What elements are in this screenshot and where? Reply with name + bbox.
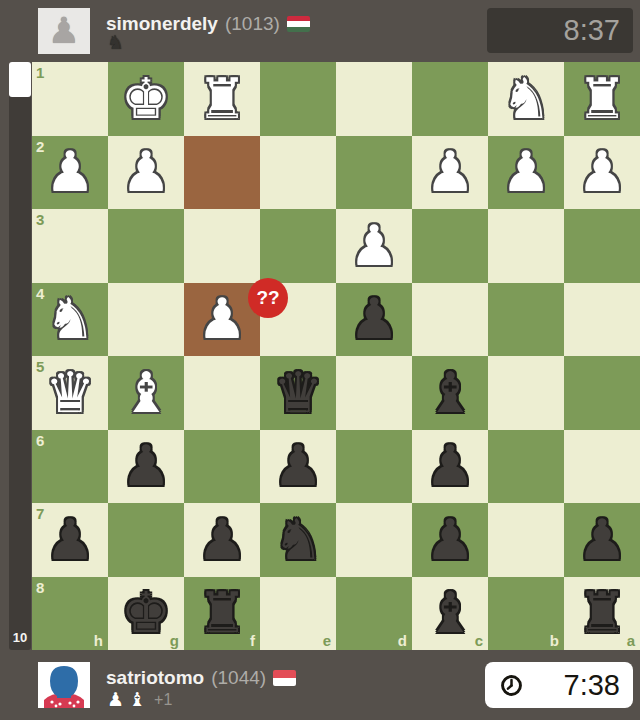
square-f2[interactable] xyxy=(184,136,260,210)
piece-bN-e7: ♞ xyxy=(273,512,323,568)
piece-wP-d3: ♟ xyxy=(349,218,399,274)
square-b2[interactable]: ♟ xyxy=(488,136,564,210)
square-d4[interactable]: ♟ xyxy=(336,283,412,357)
rank-label-2: 2 xyxy=(36,139,44,154)
file-label-f: f xyxy=(250,633,255,648)
square-e2[interactable] xyxy=(260,136,336,210)
top-player-rating: (1013) xyxy=(225,13,280,35)
piece-wQ-h5: ♛ xyxy=(45,365,95,421)
captured-bN: ♞ xyxy=(107,33,124,52)
square-c5[interactable]: ♝ xyxy=(412,356,488,430)
piece-bK-g8: ♚ xyxy=(121,585,171,641)
rank-label-4: 4 xyxy=(36,286,44,301)
rank-label-1: 1 xyxy=(36,65,44,80)
person-avatar-icon xyxy=(38,662,90,708)
file-label-e: e xyxy=(323,633,331,648)
piece-bP-g6: ♟ xyxy=(121,438,171,494)
square-b7[interactable] xyxy=(488,503,564,577)
bottom-clock-time: 7:38 xyxy=(564,669,620,702)
piece-bP-e6: ♟ xyxy=(273,438,323,494)
pawn-avatar-icon: ♟ xyxy=(48,13,80,49)
square-c2[interactable]: ♟ xyxy=(412,136,488,210)
piece-wP-g2: ♟ xyxy=(121,144,171,200)
top-player-bar: ♟ simonerdely (1013) ♞ 8:37 xyxy=(0,0,640,62)
square-a2[interactable]: ♟ xyxy=(564,136,640,210)
square-d8[interactable]: d xyxy=(336,577,412,651)
square-f5[interactable] xyxy=(184,356,260,430)
square-h8[interactable]: 8h xyxy=(32,577,108,651)
board-grid: 1♚♜♞♜2♟♟♟♟♟3♟4♞♟♟5♛♝♛♝6♟♟♟7♟♟♞♟♟8hg♚f♜ed… xyxy=(32,62,640,650)
square-b8[interactable]: b xyxy=(488,577,564,651)
square-d3[interactable]: ♟ xyxy=(336,209,412,283)
piece-wN-h4: ♞ xyxy=(45,291,95,347)
square-g1[interactable]: ♚ xyxy=(108,62,184,136)
piece-bP-h7: ♟ xyxy=(45,512,95,568)
evaluation-gauge: 10 xyxy=(0,62,32,650)
square-a4[interactable] xyxy=(564,283,640,357)
square-h6[interactable]: 6 xyxy=(32,430,108,504)
square-c4[interactable] xyxy=(412,283,488,357)
square-a3[interactable] xyxy=(564,209,640,283)
rank-label-7: 7 xyxy=(36,506,44,521)
square-c3[interactable] xyxy=(412,209,488,283)
rank-label-5: 5 xyxy=(36,359,44,374)
square-c7[interactable]: ♟ xyxy=(412,503,488,577)
square-d2[interactable] xyxy=(336,136,412,210)
file-label-c: c xyxy=(475,633,483,648)
piece-bP-a7: ♟ xyxy=(577,512,627,568)
file-label-b: b xyxy=(550,633,559,648)
piece-bB-c8: ♝ xyxy=(425,585,475,641)
square-e6[interactable]: ♟ xyxy=(260,430,336,504)
piece-wP-a2: ♟ xyxy=(577,144,627,200)
piece-bQ-e5: ♛ xyxy=(273,365,323,421)
square-b3[interactable] xyxy=(488,209,564,283)
square-e7[interactable]: ♞ xyxy=(260,503,336,577)
top-clock-time: 8:37 xyxy=(564,14,620,47)
square-f1[interactable]: ♜ xyxy=(184,62,260,136)
square-f7[interactable]: ♟ xyxy=(184,503,260,577)
rank-label-6: 6 xyxy=(36,433,44,448)
piece-wN-b1: ♞ xyxy=(501,71,551,127)
square-e5[interactable]: ♛ xyxy=(260,356,336,430)
flag-stripe xyxy=(273,678,296,686)
piece-bP-c6: ♟ xyxy=(425,438,475,494)
square-f8[interactable]: f♜ xyxy=(184,577,260,651)
bottom-player-clock: 7:38 xyxy=(485,662,633,708)
square-g3[interactable] xyxy=(108,209,184,283)
square-e3[interactable] xyxy=(260,209,336,283)
material-advantage: +1 xyxy=(154,691,172,709)
piece-bP-c7: ♟ xyxy=(425,512,475,568)
square-b4[interactable] xyxy=(488,283,564,357)
rank-label-3: 3 xyxy=(36,212,44,227)
top-player-avatar[interactable]: ♟ xyxy=(38,8,90,54)
piece-wB-g5: ♝ xyxy=(121,365,171,421)
blunder-badge: ?? xyxy=(248,278,288,318)
piece-wR-f1: ♜ xyxy=(197,71,247,127)
file-label-d: d xyxy=(398,633,407,648)
piece-wP-f4: ♟ xyxy=(197,291,247,347)
bottom-player-bar: satriotomo (1044) ♟♝+1 7:38 xyxy=(0,650,640,720)
bottom-player-name: satriotomo xyxy=(106,667,204,689)
clock-icon xyxy=(499,673,524,698)
top-captured-pieces: ♞ xyxy=(107,33,124,52)
eval-value-label: 10 xyxy=(9,630,31,645)
file-label-g: g xyxy=(170,633,179,648)
top-player-info[interactable]: simonerdely (1013) xyxy=(106,13,310,35)
square-f6[interactable] xyxy=(184,430,260,504)
square-g4[interactable] xyxy=(108,283,184,357)
piece-bP-d4: ♟ xyxy=(349,291,399,347)
flag-stripe xyxy=(287,27,310,32)
indonesia-flag-icon xyxy=(273,670,296,686)
eval-bar-track: 10 xyxy=(9,62,31,650)
top-player-clock: 8:37 xyxy=(487,8,633,53)
square-f3[interactable] xyxy=(184,209,260,283)
square-g5[interactable]: ♝ xyxy=(108,356,184,430)
square-h1[interactable]: 1 xyxy=(32,62,108,136)
file-label-h: h xyxy=(94,633,103,648)
square-b5[interactable] xyxy=(488,356,564,430)
square-d7[interactable] xyxy=(336,503,412,577)
piece-wK-g1: ♚ xyxy=(121,71,171,127)
piece-bB-c5: ♝ xyxy=(425,365,475,421)
square-h3[interactable]: 3 xyxy=(32,209,108,283)
square-c1[interactable] xyxy=(412,62,488,136)
captured-wB: ♝ xyxy=(129,690,146,709)
bottom-player-info[interactable]: satriotomo (1044) xyxy=(106,667,296,689)
square-d6[interactable] xyxy=(336,430,412,504)
piece-wR-a1: ♜ xyxy=(577,71,627,127)
square-c6[interactable]: ♟ xyxy=(412,430,488,504)
file-label-a: a xyxy=(627,633,635,648)
flag-stripe xyxy=(273,670,296,678)
square-h5[interactable]: 5♛ xyxy=(32,356,108,430)
bottom-captured-pieces: ♟♝+1 xyxy=(107,690,172,709)
square-c8[interactable]: c♝ xyxy=(412,577,488,651)
square-a6[interactable] xyxy=(564,430,640,504)
square-a7[interactable]: ♟ xyxy=(564,503,640,577)
square-e8[interactable]: e xyxy=(260,577,336,651)
captured-wP: ♟ xyxy=(107,690,124,709)
square-e1[interactable] xyxy=(260,62,336,136)
square-d1[interactable] xyxy=(336,62,412,136)
piece-bP-f7: ♟ xyxy=(197,512,247,568)
square-a1[interactable]: ♜ xyxy=(564,62,640,136)
bottom-player-rating: (1044) xyxy=(211,667,266,689)
hungary-flag-icon xyxy=(287,16,310,32)
piece-bR-f8: ♜ xyxy=(197,585,247,641)
piece-wP-c2: ♟ xyxy=(425,144,475,200)
piece-wP-b2: ♟ xyxy=(501,144,551,200)
square-h7[interactable]: 7♟ xyxy=(32,503,108,577)
eval-white-segment xyxy=(9,62,31,97)
square-a8[interactable]: a♜ xyxy=(564,577,640,651)
square-g7[interactable] xyxy=(108,503,184,577)
piece-bR-a8: ♜ xyxy=(577,585,627,641)
bottom-player-avatar[interactable] xyxy=(38,662,90,708)
square-g2[interactable]: ♟ xyxy=(108,136,184,210)
square-b6[interactable] xyxy=(488,430,564,504)
chess-board: 1♚♜♞♜2♟♟♟♟♟3♟4♞♟♟5♛♝♛♝6♟♟♟7♟♟♞♟♟8hg♚f♜ed… xyxy=(32,62,640,650)
square-h4[interactable]: 4♞ xyxy=(32,283,108,357)
rank-label-8: 8 xyxy=(36,580,44,595)
square-g8[interactable]: g♚ xyxy=(108,577,184,651)
square-b1[interactable]: ♞ xyxy=(488,62,564,136)
piece-wP-h2: ♟ xyxy=(45,144,95,200)
square-h2[interactable]: 2♟ xyxy=(32,136,108,210)
square-d5[interactable] xyxy=(336,356,412,430)
square-a5[interactable] xyxy=(564,356,640,430)
square-g6[interactable]: ♟ xyxy=(108,430,184,504)
